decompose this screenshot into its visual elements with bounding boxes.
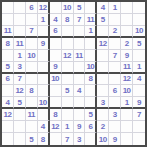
cell-r4c7[interactable]	[74, 38, 86, 50]
cell-r7c2[interactable]: 7	[14, 74, 26, 86]
cell-r1c1[interactable]	[2, 2, 14, 14]
cell-r6c2[interactable]: 3	[14, 62, 26, 74]
cell-r11c4[interactable]: 4	[38, 121, 50, 133]
cell-r7c3[interactable]	[26, 74, 38, 86]
cell-r7c12[interactable]: 4	[133, 74, 145, 86]
cell-r9c7[interactable]	[74, 97, 86, 109]
cell-r10c3[interactable]: 11	[26, 109, 38, 121]
cell-r2c8[interactable]: 11	[85, 14, 97, 26]
cell-r10c6[interactable]	[62, 109, 74, 121]
cell-r2c3[interactable]	[26, 14, 38, 26]
cell-r9c10[interactable]	[109, 97, 121, 109]
cell-r4c10[interactable]	[109, 38, 121, 50]
cell-r2c2[interactable]	[14, 14, 26, 26]
cell-r1c4[interactable]: 12	[38, 2, 50, 14]
cell-r1c5[interactable]	[50, 2, 62, 14]
cell-r8c12[interactable]	[133, 85, 145, 97]
cell-r2c7[interactable]: 7	[74, 14, 86, 26]
cell-r3c11[interactable]	[121, 26, 133, 38]
cell-r12c5[interactable]	[50, 133, 62, 145]
cell-r5c11[interactable]: 9	[121, 50, 133, 62]
cell-r9c11[interactable]: 1	[121, 97, 133, 109]
cell-r12c1[interactable]	[2, 133, 14, 145]
cell-r2c11[interactable]	[121, 14, 133, 26]
cell-r3c7[interactable]	[74, 26, 86, 38]
cell-r3c1[interactable]: 11	[2, 26, 14, 38]
cell-r2c12[interactable]	[133, 14, 145, 26]
cell-r12c2[interactable]	[14, 133, 26, 145]
cell-r7c7[interactable]	[74, 74, 86, 86]
cell-r12c6[interactable]: 7	[62, 133, 74, 145]
cell-r8c1[interactable]	[2, 85, 14, 97]
cell-r7c6[interactable]	[62, 74, 74, 86]
cell-r10c10[interactable]: 3	[109, 109, 121, 121]
cell-r6c10[interactable]	[109, 62, 121, 74]
cell-r2c5[interactable]: 4	[50, 14, 62, 26]
cell-r4c9[interactable]: 12	[97, 38, 109, 50]
cell-r4c12[interactable]: 5	[133, 38, 145, 50]
cell-r4c1[interactable]: 8	[2, 38, 14, 50]
cell-r8c5[interactable]	[50, 85, 62, 97]
cell-r12c10[interactable]: 9	[109, 133, 121, 145]
cell-r12c7[interactable]: 3	[74, 133, 86, 145]
cell-r8c8[interactable]	[85, 85, 97, 97]
cell-r5c10[interactable]: 7	[109, 50, 121, 62]
cell-r12c12[interactable]	[133, 133, 145, 145]
cell-r9c2[interactable]: 5	[14, 97, 26, 109]
cell-r9c8[interactable]	[85, 97, 97, 109]
cell-r2c6[interactable]: 8	[62, 14, 74, 26]
cell-r3c8[interactable]: 1	[85, 26, 97, 38]
cell-r7c10[interactable]	[109, 74, 121, 86]
cell-r10c4[interactable]	[38, 109, 50, 121]
cell-r11c11[interactable]	[121, 121, 133, 133]
cell-r5c2[interactable]: 1	[14, 50, 26, 62]
cell-r7c8[interactable]: 8	[85, 74, 97, 86]
cell-r3c2[interactable]	[14, 26, 26, 38]
cell-r11c5[interactable]: 12	[50, 121, 62, 133]
cell-r2c9[interactable]: 5	[97, 14, 109, 26]
cell-r8c9[interactable]	[97, 85, 109, 97]
cell-r11c3[interactable]	[26, 121, 38, 133]
cell-r7c5[interactable]: 10	[50, 74, 62, 86]
cell-r5c6[interactable]: 12	[62, 50, 74, 62]
cell-r5c7[interactable]: 11	[74, 50, 86, 62]
sudoku-board: 6121054114871151176121081191225110121179…	[0, 0, 147, 147]
cell-r12c4[interactable]: 8	[38, 133, 50, 145]
cell-r4c8[interactable]	[85, 38, 97, 50]
cell-r10c7[interactable]	[74, 109, 86, 121]
cell-r8c7[interactable]: 4	[74, 85, 86, 97]
cell-r8c10[interactable]: 6	[109, 85, 121, 97]
cell-r6c12[interactable]: 1	[133, 62, 145, 74]
cell-r11c10[interactable]	[109, 121, 121, 133]
cell-r10c5[interactable]: 8	[50, 109, 62, 121]
cell-r3c5[interactable]: 6	[50, 26, 62, 38]
cell-r11c2[interactable]	[14, 121, 26, 133]
cell-r10c12[interactable]: 7	[133, 109, 145, 121]
cell-r6c5[interactable]: 9	[50, 62, 62, 74]
cell-r1c10[interactable]: 1	[109, 2, 121, 14]
cell-r2c4[interactable]: 1	[38, 14, 50, 26]
cell-r6c1[interactable]: 5	[2, 62, 14, 74]
cell-r2c10[interactable]	[109, 14, 121, 26]
cell-r8c4[interactable]	[38, 85, 50, 97]
cell-r7c9[interactable]	[97, 74, 109, 86]
cell-r6c8[interactable]: 10	[85, 62, 97, 74]
cell-r10c2[interactable]	[14, 109, 26, 121]
cell-r4c4[interactable]: 9	[38, 38, 50, 50]
cell-r12c11[interactable]	[121, 133, 133, 145]
cell-r1c2[interactable]	[14, 2, 26, 14]
cell-r1c11[interactable]	[121, 2, 133, 14]
cell-r9c4[interactable]: 10	[38, 97, 50, 109]
cell-r5c1[interactable]	[2, 50, 14, 62]
cell-r4c2[interactable]: 11	[14, 38, 26, 50]
cell-r11c8[interactable]: 6	[85, 121, 97, 133]
cell-r9c6[interactable]	[62, 97, 74, 109]
cell-r3c4[interactable]	[38, 26, 50, 38]
cell-r10c9[interactable]	[97, 109, 109, 121]
cell-r12c9[interactable]: 10	[97, 133, 109, 145]
cell-r9c3[interactable]	[26, 97, 38, 109]
cell-r6c3[interactable]	[26, 62, 38, 74]
cell-r11c1[interactable]	[2, 121, 14, 133]
cell-r1c8[interactable]	[85, 2, 97, 14]
cell-r3c3[interactable]: 7	[26, 26, 38, 38]
cell-r3c10[interactable]: 2	[109, 26, 121, 38]
cell-r5c4[interactable]	[38, 50, 50, 62]
cell-r7c4[interactable]	[38, 74, 50, 86]
cell-r11c9[interactable]: 2	[97, 121, 109, 133]
cell-r12c3[interactable]: 5	[26, 133, 38, 145]
cell-r3c6[interactable]	[62, 26, 74, 38]
cell-r4c6[interactable]	[62, 38, 74, 50]
cell-r9c12[interactable]: 9	[133, 97, 145, 109]
cell-r8c6[interactable]: 5	[62, 85, 74, 97]
cell-r10c8[interactable]: 5	[85, 109, 97, 121]
cell-r5c12[interactable]	[133, 50, 145, 62]
cell-r3c12[interactable]: 10	[133, 26, 145, 38]
cell-r4c5[interactable]	[50, 38, 62, 50]
cell-r11c7[interactable]: 9	[74, 121, 86, 133]
cell-r5c9[interactable]	[97, 50, 109, 62]
cell-r8c2[interactable]: 12	[14, 85, 26, 97]
cell-r5c8[interactable]	[85, 50, 97, 62]
cell-r5c3[interactable]: 10	[26, 50, 38, 62]
cell-r7c11[interactable]: 12	[121, 74, 133, 86]
cell-r1c9[interactable]: 4	[97, 2, 109, 14]
cell-r1c7[interactable]: 5	[74, 2, 86, 14]
cell-r8c11[interactable]: 10	[121, 85, 133, 97]
cell-r8c3[interactable]: 8	[26, 85, 38, 97]
cell-r1c3[interactable]: 6	[26, 2, 38, 14]
cell-r3c9[interactable]	[97, 26, 109, 38]
cell-r4c3[interactable]	[26, 38, 38, 50]
cell-r9c9[interactable]: 3	[97, 97, 109, 109]
sudoku-page: 6121054114871151176121081191225110121179…	[0, 0, 150, 150]
cell-r1c12[interactable]	[133, 2, 145, 14]
cell-r11c6[interactable]: 1	[62, 121, 74, 133]
cell-r5c5[interactable]	[50, 50, 62, 62]
cell-r9c5[interactable]	[50, 97, 62, 109]
cell-r10c1[interactable]: 12	[2, 109, 14, 121]
cell-r6c9[interactable]	[97, 62, 109, 74]
cell-r6c11[interactable]: 11	[121, 62, 133, 74]
cell-r7c1[interactable]: 6	[2, 74, 14, 86]
cell-r2c1[interactable]	[2, 14, 14, 26]
cell-r6c4[interactable]	[38, 62, 50, 74]
cell-r11c12[interactable]	[133, 121, 145, 133]
cell-r10c11[interactable]	[121, 109, 133, 121]
cell-r6c6[interactable]	[62, 62, 74, 74]
cell-r1c6[interactable]: 10	[62, 2, 74, 14]
cell-r12c8[interactable]	[85, 133, 97, 145]
cell-r6c7[interactable]	[74, 62, 86, 74]
cell-r9c1[interactable]: 4	[2, 97, 14, 109]
cell-r4c11[interactable]: 2	[121, 38, 133, 50]
